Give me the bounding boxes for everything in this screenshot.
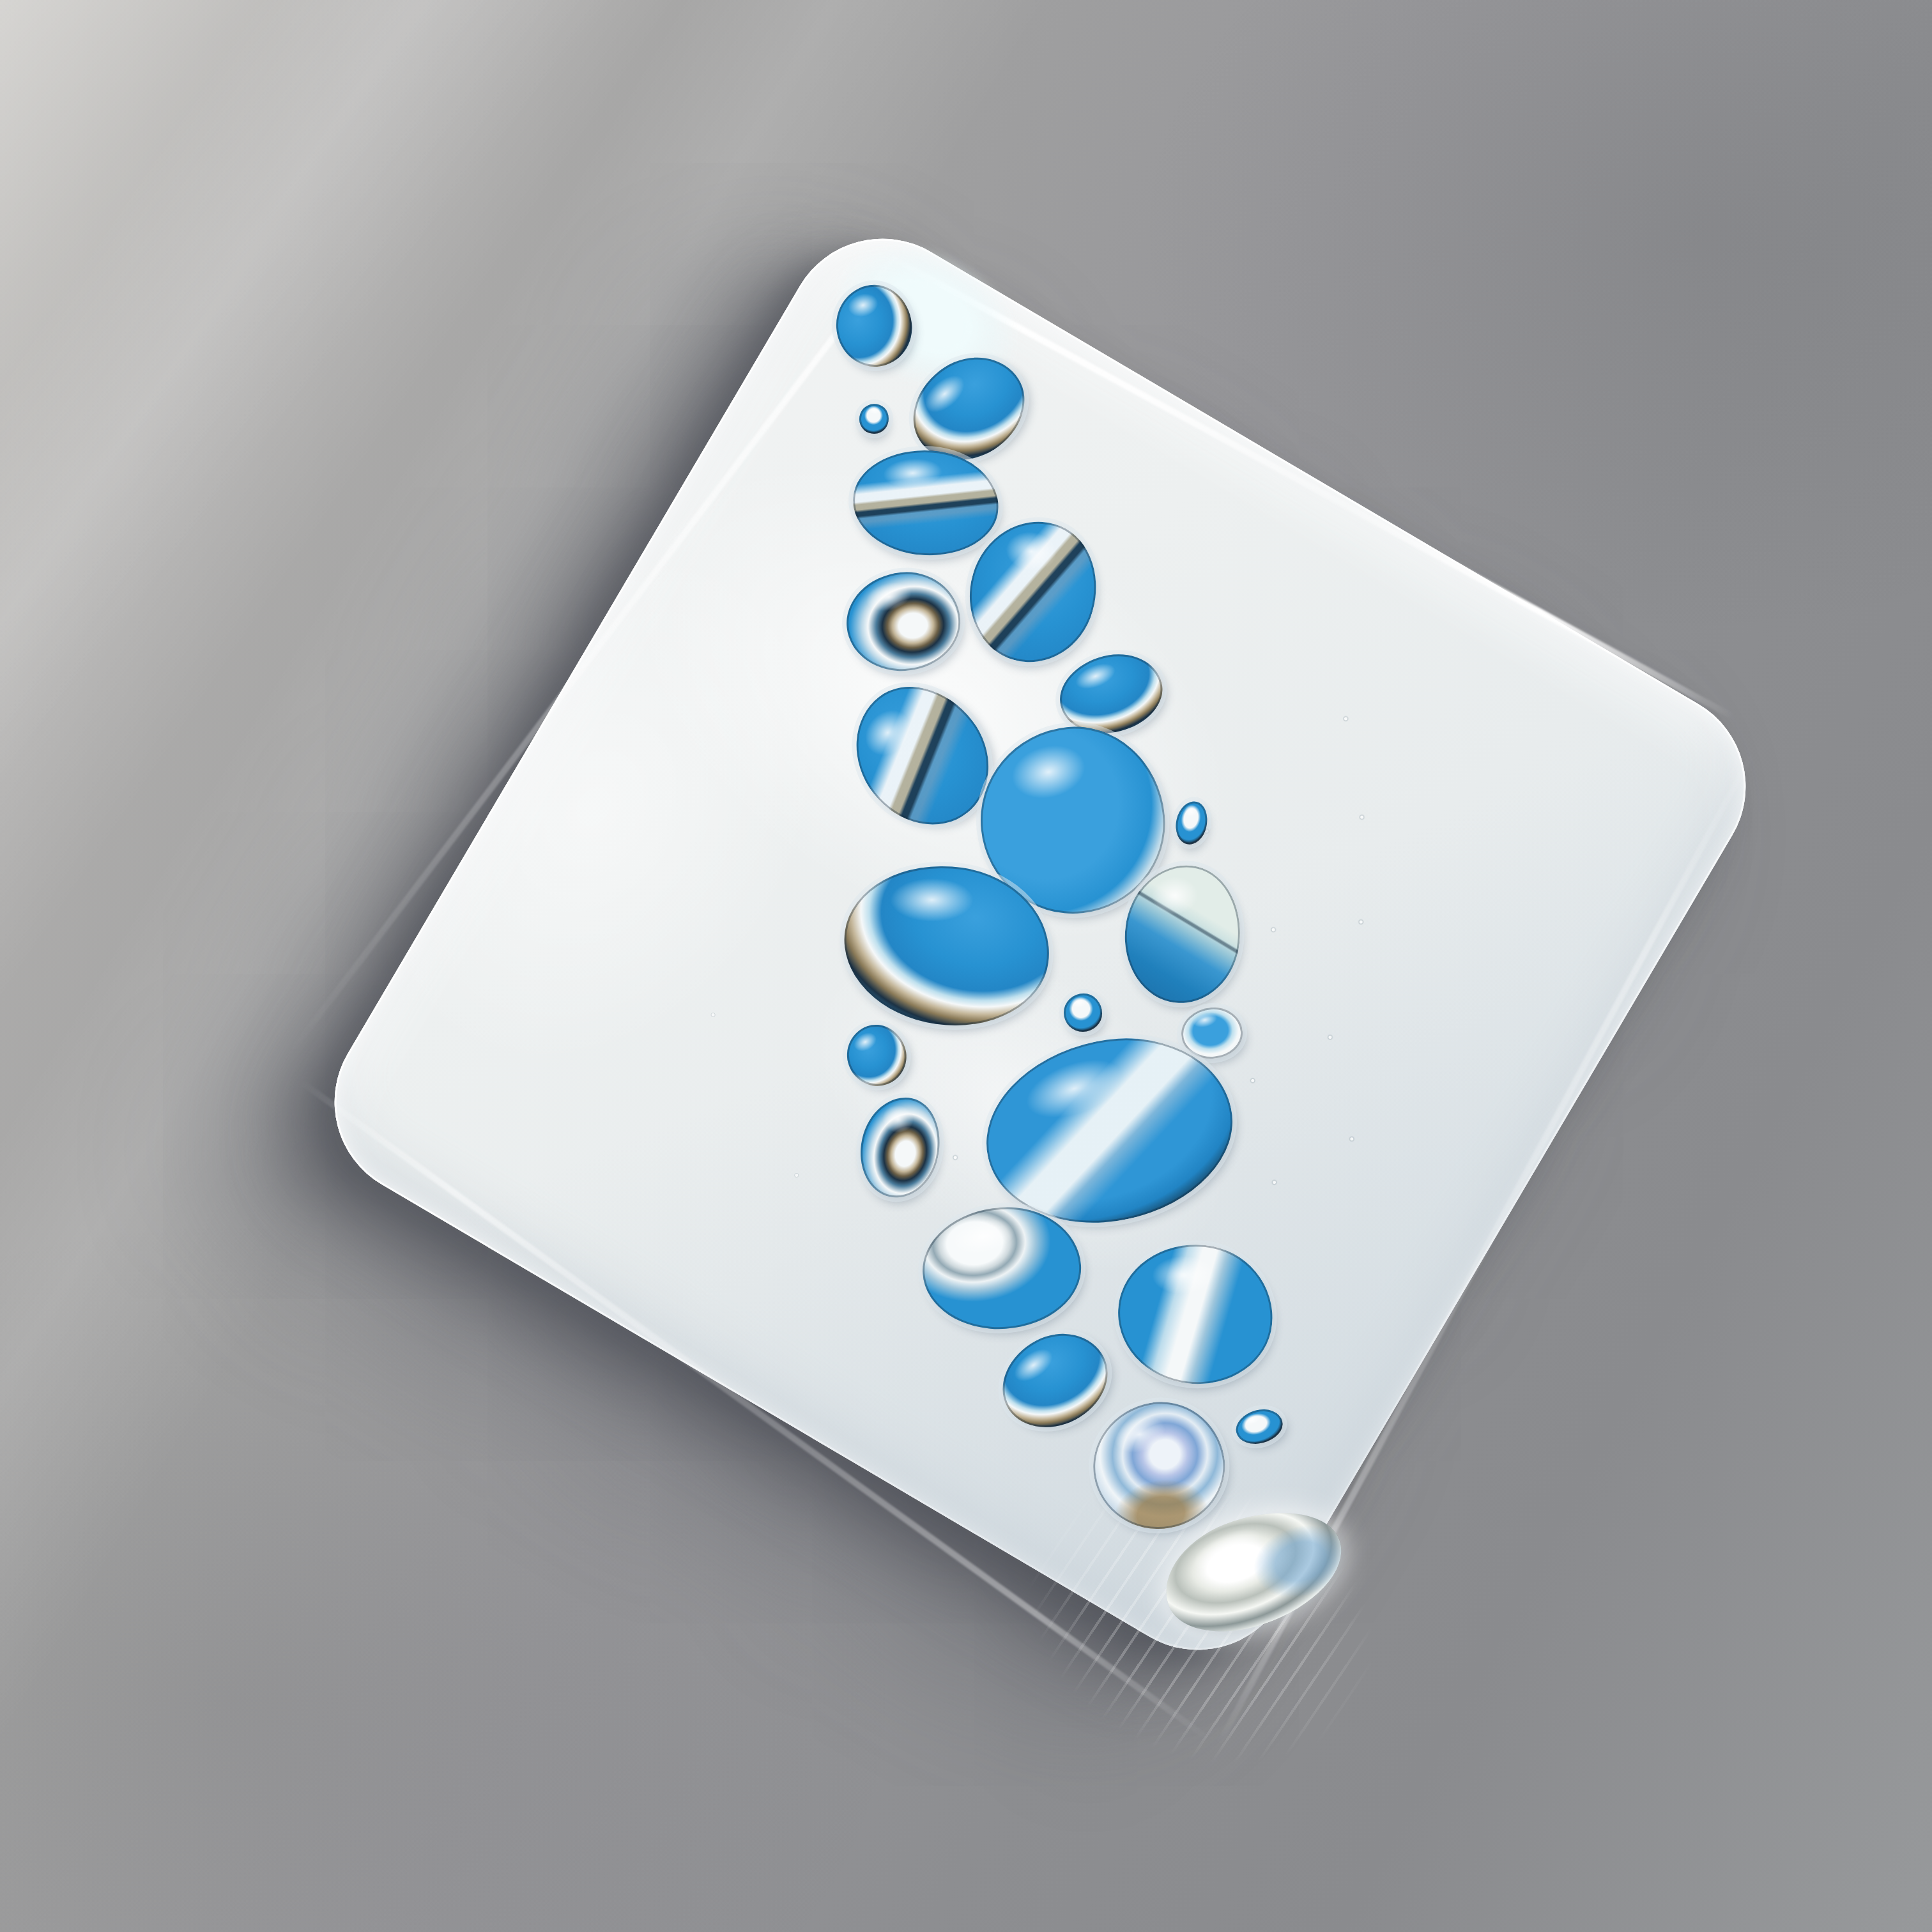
- pebble-gloss-highlight: [871, 454, 955, 500]
- pebble-gloss-highlight: [936, 1208, 1032, 1271]
- pebble-gloss-highlight: [846, 1025, 886, 1061]
- glass-pebble-3: [855, 399, 893, 438]
- glass-pebble-13: [1064, 993, 1102, 1032]
- pebble-gloss-highlight: [1064, 654, 1129, 703]
- pebble-gloss-highlight: [991, 731, 1108, 825]
- pebble-gloss-highlight: [1238, 1409, 1268, 1431]
- pebble-gloss-highlight: [875, 1101, 921, 1143]
- glass-pebble-19: [1111, 1237, 1279, 1391]
- pebble-gloss-highlight: [839, 287, 889, 328]
- pebble-gloss-highlight: [910, 361, 983, 431]
- pebble-gloss-highlight: [847, 692, 935, 780]
- pebble-gloss-highlight: [854, 574, 925, 625]
- glass-pebble-16: [838, 1016, 914, 1094]
- glass-pebble-20: [986, 1316, 1124, 1445]
- glass-pebble-21: [1083, 1392, 1234, 1540]
- pebble-gloss-highlight: [1139, 1252, 1227, 1308]
- glass-pebble-22: [1232, 1404, 1287, 1448]
- glass-pebble-4: [850, 445, 1002, 560]
- pebble-gloss-highlight: [1098, 1404, 1183, 1472]
- scene: [0, 0, 1932, 1932]
- glass-pebble-18: [919, 1202, 1085, 1335]
- pebble-gloss-highlight: [874, 875, 989, 935]
- glass-pebble-6: [841, 567, 965, 677]
- pebble-gloss-highlight: [1186, 1008, 1223, 1035]
- pebble-gloss-highlight: [999, 1038, 1153, 1149]
- pebble-gloss-highlight: [1142, 873, 1208, 928]
- pebble-gloss-highlight: [1173, 1512, 1283, 1593]
- pebble-gloss-highlight: [1068, 995, 1091, 1012]
- pebble-gloss-highlight: [992, 524, 1069, 587]
- pebble-field: [0, 0, 1932, 1932]
- pebble-gloss-highlight: [864, 403, 883, 418]
- pebble-gloss-highlight: [1181, 803, 1200, 821]
- glass-pebble-1: [831, 280, 917, 371]
- pebble-gloss-highlight: [1001, 1336, 1070, 1399]
- glass-pebble-10: [1172, 799, 1211, 847]
- glass-pebble-17: [852, 1090, 949, 1205]
- glass-pebble-14: [1179, 1005, 1245, 1061]
